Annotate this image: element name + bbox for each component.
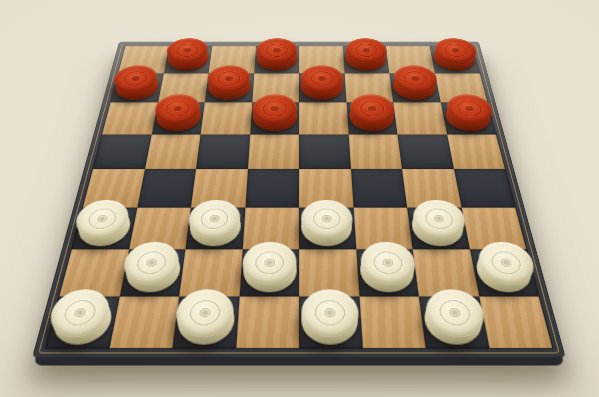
white-checker[interactable]: ⛀ bbox=[422, 298, 486, 346]
white-checker[interactable]: ⛀ bbox=[358, 251, 415, 294]
scene-background: ⛂⛂⛂⛂⛂⛂⛂⛂⛂⛂⛂⛂⛀⛀⛀⛀⛀⛀⛀⛀⛀⛀⛀⛀ bbox=[0, 0, 599, 397]
square-r2c7-dark[interactable] bbox=[440, 102, 496, 134]
white-checker-glyph: ⛀ bbox=[179, 289, 190, 299]
square-r2c0-light[interactable] bbox=[102, 102, 158, 134]
white-checker[interactable]: ⛀ bbox=[302, 298, 360, 346]
checkers-board: ⛂⛂⛂⛂⛂⛂⛂⛂⛂⛂⛂⛂⛀⛀⛀⛀⛀⛀⛀⛀⛀⛀⛀⛀ bbox=[32, 42, 566, 358]
red-checker-glyph: ⛂ bbox=[345, 38, 353, 43]
white-checker-glyph: ⛀ bbox=[475, 242, 486, 251]
square-r1c6-dark[interactable] bbox=[389, 73, 440, 102]
square-r1c0-dark[interactable] bbox=[111, 73, 164, 102]
square-r3c7-light[interactable] bbox=[447, 134, 505, 169]
square-r3c3-light[interactable] bbox=[248, 134, 300, 169]
white-checker-glyph: ⛀ bbox=[127, 242, 138, 251]
white-checker[interactable]: ⛀ bbox=[472, 251, 535, 294]
square-r2c1-dark[interactable] bbox=[151, 102, 204, 134]
square-r0c0-light[interactable] bbox=[118, 46, 169, 73]
square-r0c3-dark[interactable] bbox=[254, 46, 299, 73]
square-r3c1-light[interactable] bbox=[145, 134, 201, 169]
square-r0c5-dark[interactable] bbox=[342, 46, 389, 73]
square-r3c0-dark[interactable] bbox=[93, 134, 151, 169]
white-checker-glyph: ⛀ bbox=[359, 242, 369, 251]
white-checker-glyph: ⛀ bbox=[423, 289, 434, 299]
square-r0c7-dark[interactable] bbox=[429, 46, 480, 73]
square-r2c3-dark[interactable] bbox=[250, 102, 299, 134]
red-checker-glyph: ⛂ bbox=[257, 38, 264, 43]
square-r0c6-light[interactable] bbox=[386, 46, 435, 73]
white-checker-glyph: ⛀ bbox=[80, 200, 91, 208]
square-r3c2-dark[interactable] bbox=[196, 134, 250, 169]
square-r2c5-dark[interactable] bbox=[346, 102, 397, 134]
white-checker[interactable]: ⛀ bbox=[49, 298, 116, 346]
white-checker[interactable]: ⛀ bbox=[175, 298, 236, 346]
square-r2c6-light[interactable] bbox=[393, 102, 446, 134]
square-r3c6-dark[interactable] bbox=[397, 134, 453, 169]
white-checker-glyph: ⛀ bbox=[243, 242, 253, 251]
white-checker[interactable]: ⛀ bbox=[75, 209, 134, 247]
white-checker[interactable]: ⛀ bbox=[122, 251, 182, 294]
white-checker-glyph: ⛀ bbox=[56, 289, 69, 299]
square-r1c4-dark[interactable] bbox=[299, 73, 346, 102]
white-checker[interactable]: ⛀ bbox=[242, 251, 297, 294]
square-r1c3-light[interactable] bbox=[252, 73, 299, 102]
square-r0c2-light[interactable] bbox=[209, 46, 256, 73]
square-r1c5-light[interactable] bbox=[344, 73, 393, 102]
square-r1c2-dark[interactable] bbox=[205, 73, 254, 102]
square-r2c2-light[interactable] bbox=[201, 102, 252, 134]
white-checker[interactable]: ⛀ bbox=[188, 209, 242, 247]
red-checker-glyph: ⛂ bbox=[168, 38, 176, 43]
square-r0c1-dark[interactable] bbox=[163, 46, 212, 73]
white-checker-glyph: ⛀ bbox=[302, 289, 312, 299]
checker-top-face: ⛀ bbox=[241, 242, 296, 285]
square-r1c7-light[interactable] bbox=[435, 73, 488, 102]
white-checker-glyph: ⛀ bbox=[411, 200, 421, 208]
square-r1c1-light[interactable] bbox=[158, 73, 209, 102]
white-checker-glyph: ⛀ bbox=[191, 200, 201, 208]
square-r0c4-light[interactable] bbox=[299, 46, 344, 73]
square-r2c4-light[interactable] bbox=[299, 102, 348, 134]
square-r3c5-light[interactable] bbox=[348, 134, 402, 169]
red-checker-glyph: ⛂ bbox=[433, 38, 441, 43]
square-r3c4-dark[interactable] bbox=[299, 134, 351, 169]
white-checker[interactable]: ⛀ bbox=[410, 209, 467, 247]
white-checker[interactable]: ⛀ bbox=[301, 209, 353, 247]
white-checker-glyph: ⛀ bbox=[301, 200, 310, 208]
